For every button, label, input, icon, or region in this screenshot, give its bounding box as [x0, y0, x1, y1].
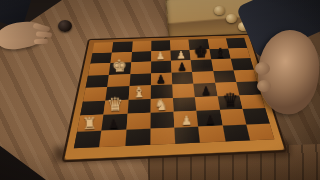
- white-b-c4[interactable]: ♝: [132, 84, 146, 99]
- black-q-g3[interactable]: ♛: [222, 91, 239, 110]
- white-q-b3[interactable]: ♛: [106, 95, 123, 114]
- black-p-f4[interactable]: ♟: [201, 85, 212, 97]
- square-e3[interactable]: [173, 97, 197, 112]
- square-c2[interactable]: [126, 113, 150, 129]
- white-n-d3[interactable]: ♞: [155, 97, 169, 113]
- square-a6[interactable]: [88, 63, 111, 75]
- white-p-d7[interactable]: ♟: [156, 51, 166, 62]
- square-d3[interactable]: ♞: [150, 98, 173, 113]
- square-e4[interactable]: [172, 84, 195, 98]
- black-p-e6[interactable]: ♟: [177, 61, 187, 72]
- white-k-b6[interactable]: ♚: [111, 57, 127, 74]
- square-c3[interactable]: [127, 98, 150, 113]
- square-e2[interactable]: ♟: [174, 111, 199, 127]
- square-a7[interactable]: [90, 52, 112, 64]
- square-f4[interactable]: ♟: [194, 83, 218, 97]
- square-d5[interactable]: ♟: [151, 72, 172, 85]
- square-e5[interactable]: [172, 71, 194, 84]
- square-f7[interactable]: ♚: [190, 49, 211, 60]
- square-f2[interactable]: ♟: [197, 110, 223, 126]
- square-b5[interactable]: [107, 74, 130, 87]
- black-p-f2[interactable]: ♟: [204, 113, 216, 126]
- square-c4[interactable]: ♝: [128, 85, 151, 99]
- white-p-e2[interactable]: ♟: [180, 114, 192, 127]
- captured-white-pawn: [226, 14, 237, 23]
- square-a2[interactable]: ♜: [77, 115, 104, 132]
- black-p-b2[interactable]: ♟: [108, 117, 120, 130]
- black-p-d5[interactable]: ♟: [156, 74, 166, 85]
- square-a5[interactable]: [86, 75, 109, 88]
- captured-black-piece: [58, 20, 72, 32]
- square-f6[interactable]: [191, 59, 213, 71]
- square-c6[interactable]: [130, 62, 151, 74]
- square-b6[interactable]: ♚: [109, 62, 131, 74]
- square-h3[interactable]: [239, 94, 265, 109]
- square-b3[interactable]: ♛: [104, 99, 128, 114]
- square-h8[interactable]: [226, 38, 247, 48]
- square-f1[interactable]: [198, 125, 225, 143]
- square-b1[interactable]: [99, 129, 126, 147]
- square-a4[interactable]: [83, 87, 107, 101]
- square-h2[interactable]: [242, 108, 269, 124]
- square-b2[interactable]: ♟: [102, 114, 127, 131]
- square-g7[interactable]: ♝: [209, 48, 231, 59]
- board-frame: ♟♟♚♝♚♟♟♝♟♛♞♛♜♟♟♟: [64, 35, 284, 160]
- square-e1[interactable]: [174, 126, 200, 144]
- square-h7[interactable]: [228, 48, 250, 59]
- square-d1[interactable]: [150, 127, 175, 145]
- square-h1[interactable]: [246, 123, 274, 140]
- square-c1[interactable]: [125, 128, 150, 146]
- chess-game-photo: ♟♟♚♝♚♟♟♝♟♛♞♛♜♟♟♟: [0, 0, 320, 180]
- square-a1[interactable]: [74, 130, 102, 148]
- square-g5[interactable]: [213, 70, 236, 83]
- square-d2[interactable]: [150, 112, 174, 128]
- black-k-f7[interactable]: ♚: [193, 44, 208, 60]
- square-f3[interactable]: [195, 96, 220, 111]
- black-b-g7[interactable]: ♝: [214, 46, 226, 60]
- square-e6[interactable]: ♟: [171, 60, 192, 72]
- square-g3[interactable]: ♛: [217, 95, 242, 110]
- right-hand-knuckle: [255, 62, 270, 75]
- white-p-e7[interactable]: ♟: [176, 50, 186, 61]
- square-h5[interactable]: [233, 69, 257, 82]
- square-c7[interactable]: [131, 51, 151, 62]
- captured-white-pawn: [214, 6, 225, 15]
- square-e7[interactable]: ♟: [170, 50, 190, 61]
- square-d7[interactable]: ♟: [151, 50, 171, 61]
- board-grid: ♟♟♚♝♚♟♟♝♟♛♞♛♜♟♟♟: [74, 38, 275, 148]
- square-g6[interactable]: [211, 59, 233, 71]
- chess-board: ♟♟♚♝♚♟♟♝♟♛♞♛♜♟♟♟: [64, 35, 284, 160]
- right-hand-knuckle: [257, 80, 271, 92]
- square-f5[interactable]: [192, 71, 215, 84]
- square-c8[interactable]: [132, 41, 152, 52]
- left-hand-finger: [34, 39, 48, 45]
- square-d6[interactable]: [151, 61, 172, 73]
- white-r-a2[interactable]: ♜: [82, 114, 97, 131]
- square-h6[interactable]: [231, 58, 254, 70]
